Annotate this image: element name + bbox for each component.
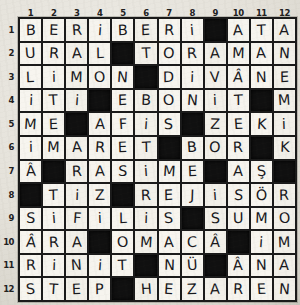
cell-letter: A <box>279 22 289 37</box>
cell-letter: E <box>187 164 197 179</box>
cell-letter: E <box>141 22 150 37</box>
letter-cell[interactable]: R <box>43 43 64 65</box>
cell-letter: A <box>164 235 174 250</box>
letter-cell[interactable]: N <box>274 278 295 300</box>
cell-letter: M <box>255 211 268 226</box>
col-label-9: 9 <box>205 9 226 18</box>
letter-cell[interactable]: O <box>89 66 110 88</box>
cell-letter: i <box>213 188 218 203</box>
cell-letter: B <box>187 140 198 155</box>
row-label-10: 10 <box>1 238 18 247</box>
cell-letter: i <box>97 211 102 226</box>
block-cell <box>135 255 156 277</box>
letter-cell[interactable]: i <box>182 66 203 88</box>
letter-cell[interactable]: A <box>251 43 272 65</box>
letter-cell[interactable]: N <box>251 255 272 277</box>
letter-cell[interactable]: Z <box>89 184 110 206</box>
letter-cell[interactable]: i <box>135 113 156 135</box>
row-label-11: 11 <box>1 261 18 270</box>
letter-cell[interactable]: R <box>228 278 249 300</box>
letter-cell[interactable]: R <box>66 161 87 183</box>
letter-cell[interactable]: R <box>274 184 295 206</box>
cell-letter: R <box>94 140 105 155</box>
cell-letter: T <box>141 46 151 61</box>
letter-cell[interactable]: i <box>89 255 110 277</box>
block-cell <box>43 161 64 183</box>
letter-cell[interactable]: E <box>159 278 180 300</box>
letter-cell[interactable]: N <box>112 66 133 88</box>
col-label-5: 5 <box>112 9 133 18</box>
cell-letter: i <box>190 70 195 85</box>
cell-letter: C <box>187 235 197 250</box>
letter-cell[interactable]: S <box>20 278 41 300</box>
block-cell <box>66 113 87 135</box>
letter-cell[interactable]: U <box>20 43 41 65</box>
letter-cell[interactable]: R <box>228 137 249 159</box>
letter-cell[interactable]: Ş <box>251 161 272 183</box>
cell-letter: i <box>213 93 218 108</box>
col-label-10: 10 <box>228 9 249 18</box>
letter-cell[interactable]: A <box>159 231 180 253</box>
cell-letter: M <box>47 140 60 155</box>
cell-letter: i <box>74 188 79 203</box>
letter-cell[interactable]: i <box>43 208 64 230</box>
letter-cell[interactable]: N <box>159 255 180 277</box>
cell-letter: O <box>278 211 290 226</box>
cell-letter: N <box>256 258 267 273</box>
letter-cell[interactable]: i <box>135 161 156 183</box>
letter-cell[interactable]: S <box>228 184 249 206</box>
cell-letter: O <box>163 93 175 108</box>
letter-cell[interactable]: Â <box>205 231 226 253</box>
cell-letter: A <box>95 117 105 132</box>
cell-letter: Â <box>25 164 36 179</box>
cell-letter: M <box>24 117 38 132</box>
cell-letter: S <box>164 211 174 226</box>
cell-letter: F <box>72 211 81 226</box>
letter-cell[interactable]: T <box>135 137 156 159</box>
cell-letter: i <box>97 22 102 37</box>
cell-letter: T <box>118 258 127 273</box>
letter-cell[interactable]: N <box>66 255 87 277</box>
letter-cell[interactable]: P <box>89 278 110 300</box>
cell-letter: S <box>26 211 36 226</box>
cell-letter: i <box>51 258 56 273</box>
letter-cell[interactable]: R <box>66 19 87 41</box>
cell-letter: Ş <box>256 164 266 179</box>
letter-cell[interactable]: M <box>135 231 156 253</box>
letter-cell[interactable]: T <box>228 90 249 112</box>
block-cell <box>159 137 180 159</box>
cell-letter: E <box>72 282 82 297</box>
letter-cell[interactable]: M <box>228 43 249 65</box>
cell-letter: N <box>163 258 174 273</box>
letter-cell[interactable]: M <box>251 208 272 230</box>
letter-cell[interactable]: M <box>20 113 41 135</box>
cell-letter: A <box>279 258 289 273</box>
row-label-3: 3 <box>1 73 18 82</box>
letter-cell[interactable]: F <box>66 208 87 230</box>
cell-letter: R <box>48 46 59 61</box>
cell-letter: L <box>119 211 127 226</box>
row-label-8: 8 <box>1 191 18 200</box>
cell-letter: T <box>49 93 59 108</box>
cell-letter: i <box>282 117 287 132</box>
cell-letter: S <box>233 187 243 202</box>
cell-letter: i <box>189 23 194 38</box>
cell-letter: Ö <box>255 187 267 202</box>
block-cell <box>228 231 249 253</box>
letter-cell[interactable]: i <box>135 208 156 230</box>
block-cell <box>182 208 203 230</box>
col-label-8: 8 <box>182 9 203 18</box>
cell-letter: R <box>233 140 244 155</box>
letter-cell[interactable]: M <box>274 90 295 112</box>
col-label-2: 2 <box>43 9 64 18</box>
cell-letter: K <box>256 117 267 132</box>
letter-cell[interactable]: A <box>228 19 249 41</box>
letter-cell[interactable]: A <box>66 43 87 65</box>
block-cell <box>182 113 203 135</box>
cell-letter: N <box>279 46 291 61</box>
cell-letter: N <box>186 93 198 108</box>
letter-cell[interactable]: O <box>274 208 295 230</box>
block-cell <box>251 90 272 112</box>
letter-cell[interactable]: R <box>135 184 156 206</box>
cell-letter: Â <box>233 258 243 273</box>
letter-cell[interactable]: i <box>274 113 295 135</box>
cell-letter: U <box>25 46 37 61</box>
cell-letter: R <box>233 282 244 297</box>
cell-letter: E <box>280 69 289 84</box>
cell-letter: A <box>210 46 220 61</box>
col-label-6: 6 <box>135 9 156 18</box>
letter-cell[interactable]: E <box>274 66 295 88</box>
cell-letter: E <box>49 117 59 132</box>
letter-cell[interactable]: L <box>89 43 110 65</box>
cell-letter: S <box>164 117 174 132</box>
letter-cell[interactable]: A <box>66 231 87 253</box>
letter-cell[interactable]: K <box>274 137 295 159</box>
block-cell <box>20 184 41 206</box>
cell-letter: A <box>256 46 267 61</box>
cell-letter: B <box>25 22 35 37</box>
cell-letter: Z <box>94 188 105 203</box>
letter-cell[interactable]: i <box>66 90 87 112</box>
cell-letter: M <box>162 164 176 179</box>
cell-letter: i <box>74 93 79 108</box>
cell-letter: A <box>233 164 243 179</box>
letter-cell[interactable]: T <box>43 184 64 206</box>
letter-cell[interactable]: E <box>66 278 87 300</box>
cell-letter: E <box>118 140 128 155</box>
cell-letter: V <box>210 70 221 85</box>
letter-cell[interactable]: M <box>274 231 295 253</box>
letter-cell[interactable]: M <box>43 137 64 159</box>
letter-cell[interactable]: O <box>159 90 180 112</box>
cell-letter: B <box>141 93 151 108</box>
letter-cell[interactable]: N <box>274 43 295 65</box>
cell-letter: U <box>233 211 244 226</box>
letter-cell[interactable]: Â <box>20 231 41 253</box>
block-cell <box>89 231 110 253</box>
block-cell <box>205 161 226 183</box>
cell-letter: L <box>26 70 35 85</box>
cell-letter: O <box>209 140 221 155</box>
letter-cell[interactable]: K <box>251 113 272 135</box>
cell-letter: H <box>140 282 152 297</box>
block-cell <box>89 90 110 112</box>
letter-cell[interactable]: i <box>182 19 203 41</box>
cell-letter: i <box>51 211 56 226</box>
letter-cell[interactable]: Ö <box>251 184 272 206</box>
letter-cell[interactable]: S <box>20 208 41 230</box>
letter-cell[interactable]: B <box>112 19 133 41</box>
cell-letter: Z <box>210 117 220 132</box>
cell-letter: A <box>72 235 82 250</box>
letter-cell[interactable]: S <box>159 208 180 230</box>
letter-cell[interactable]: E <box>182 161 203 183</box>
cell-letter: A <box>95 164 105 179</box>
letter-cell[interactable]: J <box>182 184 203 206</box>
letter-cell[interactable]: M <box>159 161 180 183</box>
corner-spacer <box>1 1 18 17</box>
letter-cell[interactable]: T <box>43 90 64 112</box>
row-label-4: 4 <box>1 96 18 105</box>
cell-letter: R <box>71 164 82 179</box>
cell-letter: Â <box>210 235 220 250</box>
column-labels: 123456789101112 <box>18 1 297 17</box>
letter-cell[interactable]: S <box>159 113 180 135</box>
cell-letter: E <box>164 187 173 202</box>
letter-cell[interactable]: T <box>251 19 272 41</box>
letter-cell[interactable]: i <box>205 90 226 112</box>
letter-cell[interactable]: i <box>20 137 41 159</box>
cell-letter: i <box>259 235 264 250</box>
cell-letter: F <box>118 117 127 132</box>
letter-cell[interactable]: i <box>251 231 272 253</box>
letter-cell[interactable]: Z <box>182 278 203 300</box>
cell-letter: E <box>233 117 243 132</box>
letter-cell[interactable]: V <box>205 66 226 88</box>
letter-cell[interactable]: R <box>159 19 180 41</box>
letter-cell[interactable]: i <box>66 184 87 206</box>
letter-cell[interactable]: O <box>159 43 180 65</box>
letter-cell[interactable]: D <box>159 66 180 88</box>
cell-letter: M <box>232 46 245 61</box>
letter-cell[interactable]: E <box>251 278 272 300</box>
cell-letter: Z <box>187 282 197 297</box>
letter-cell[interactable]: E <box>135 19 156 41</box>
cell-letter: A <box>71 46 81 61</box>
letter-cell[interactable]: Ü <box>182 255 203 277</box>
col-label-1: 1 <box>20 9 41 18</box>
cell-letter: M <box>70 69 83 84</box>
cell-letter: E <box>256 282 266 297</box>
letter-cell[interactable]: L <box>112 208 133 230</box>
row-label-6: 6 <box>1 143 18 152</box>
letter-cell[interactable]: C <box>182 231 203 253</box>
letter-cell[interactable]: A <box>205 43 226 65</box>
cell-letter: O <box>117 235 129 250</box>
letter-cell[interactable]: E <box>228 113 249 135</box>
row-labels: 123456789101112 <box>1 17 18 302</box>
letter-cell[interactable]: A <box>274 19 295 41</box>
letter-cell[interactable]: M <box>66 66 87 88</box>
letter-cell[interactable]: R <box>43 231 64 253</box>
letter-cell[interactable]: T <box>43 278 64 300</box>
letter-cell[interactable]: A <box>89 113 110 135</box>
cell-letter: L <box>96 46 104 61</box>
cell-letter: S <box>118 164 128 179</box>
cell-letter: i <box>51 70 55 85</box>
letter-cell[interactable]: Â <box>20 161 41 183</box>
block-cell <box>251 137 272 159</box>
letter-cell[interactable]: A <box>228 161 249 183</box>
cell-letter: R <box>71 22 82 37</box>
cell-letter: R <box>48 235 59 250</box>
letter-cell[interactable]: i <box>205 184 226 206</box>
cell-letter: S <box>25 282 35 297</box>
row-label-9: 9 <box>1 214 18 223</box>
cell-letter: A <box>71 140 82 155</box>
letter-cell[interactable]: i <box>89 19 110 41</box>
letter-cell[interactable]: R <box>182 43 203 65</box>
cell-letter: E <box>49 22 59 37</box>
cell-letter: S <box>210 211 220 226</box>
letter-cell[interactable]: O <box>205 137 226 159</box>
block-cell <box>205 19 226 41</box>
letter-cell[interactable]: Â <box>228 255 249 277</box>
row-label-7: 7 <box>1 167 18 176</box>
row-label-12: 12 <box>1 285 18 294</box>
block-cell <box>135 66 156 88</box>
cell-letter: T <box>141 140 150 155</box>
cell-letter: Â <box>233 69 244 84</box>
cell-letter: P <box>95 282 104 297</box>
letter-cell[interactable]: A <box>89 161 110 183</box>
letter-cell[interactable]: R <box>20 255 41 277</box>
letter-cell[interactable]: S <box>112 161 133 183</box>
letter-cell[interactable]: E <box>112 90 133 112</box>
cell-letter: A <box>210 282 220 297</box>
row-label-1: 1 <box>1 26 18 35</box>
letter-cell[interactable]: T <box>112 255 133 277</box>
letter-cell[interactable]: i <box>43 66 64 88</box>
row-label-2: 2 <box>1 49 18 58</box>
block-cell <box>112 278 133 300</box>
letter-cell[interactable]: B <box>20 19 41 41</box>
cell-letter: R <box>164 22 175 37</box>
letter-cell[interactable]: i <box>89 208 110 230</box>
block-cell <box>112 184 133 206</box>
cell-letter: M <box>139 234 153 249</box>
cell-letter: i <box>28 93 33 108</box>
cell-letter: Â <box>25 235 36 250</box>
cell-letter: Ü <box>186 258 198 273</box>
cell-letter: B <box>118 22 128 37</box>
cell-letter: O <box>93 70 105 85</box>
block-cell <box>274 161 295 183</box>
cell-letter: O <box>163 46 175 61</box>
letter-cell[interactable]: B <box>135 90 156 112</box>
cell-letter: R <box>187 46 198 61</box>
letter-cell[interactable]: F <box>112 113 133 135</box>
letter-cell[interactable]: A <box>274 255 295 277</box>
letter-cell[interactable]: R <box>89 137 110 159</box>
letter-cell[interactable]: U <box>228 208 249 230</box>
cell-letter: N <box>71 258 83 273</box>
letter-cell[interactable]: L <box>20 66 41 88</box>
cell-letter: T <box>234 93 243 108</box>
cell-letter: N <box>279 282 291 297</box>
cell-letter: i <box>97 258 102 273</box>
letter-cell[interactable]: B <box>182 137 203 159</box>
cell-letter: D <box>163 69 174 84</box>
letter-cell[interactable]: Â <box>228 66 249 88</box>
col-label-7: 7 <box>159 9 180 18</box>
cell-letter: T <box>257 22 266 37</box>
cell-letter: R <box>25 258 35 273</box>
letter-cell[interactable]: A <box>205 278 226 300</box>
letter-cell[interactable]: E <box>159 184 180 206</box>
letter-cell[interactable]: E <box>43 19 64 41</box>
letter-cell[interactable]: E <box>43 113 64 135</box>
block-cell <box>205 255 226 277</box>
letter-cell[interactable]: N <box>182 90 203 112</box>
cell-letter: T <box>49 282 59 297</box>
col-label-11: 11 <box>251 9 272 18</box>
cell-letter: N <box>256 70 267 85</box>
col-label-12: 12 <box>274 9 295 18</box>
cell-letter: A <box>233 22 243 37</box>
cell-letter: M <box>278 93 292 108</box>
block-cell <box>112 43 133 65</box>
col-label-3: 3 <box>66 9 87 18</box>
cell-letter: N <box>117 69 129 84</box>
cell-letter: M <box>278 235 291 250</box>
cell-letter: T <box>49 187 58 202</box>
letter-cell[interactable]: H <box>135 278 156 300</box>
letter-cell[interactable]: O <box>112 231 133 253</box>
letter-cell[interactable]: A <box>66 137 87 159</box>
cell-letter: i <box>144 117 149 132</box>
scanned-crossword-page: 123456789101112 123456789101112 BERiBERi… <box>0 0 300 305</box>
crossword-board: BERiBERiATAURALTORAMANLiMONDiVÂNEiTiEBON… <box>18 17 297 302</box>
cell-letter: K <box>279 140 289 155</box>
letter-cell[interactable]: i <box>43 255 64 277</box>
cell-letter: i <box>144 211 149 226</box>
letter-cell[interactable]: i <box>20 90 41 112</box>
cell-letter: R <box>279 187 289 202</box>
cell-letter: R <box>141 187 152 202</box>
cell-letter: J <box>190 188 195 203</box>
letter-cell[interactable]: S <box>205 208 226 230</box>
cell-letter: i <box>28 140 32 155</box>
letter-cell[interactable]: N <box>251 66 272 88</box>
row-label-5: 5 <box>1 120 18 129</box>
cell-letter: i <box>143 164 148 179</box>
col-label-4: 4 <box>89 9 110 18</box>
letter-cell[interactable]: E <box>112 137 133 159</box>
letter-cell[interactable]: T <box>135 43 156 65</box>
cell-letter: E <box>164 282 174 297</box>
cell-letter: E <box>118 93 127 108</box>
letter-cell[interactable]: Z <box>205 113 226 135</box>
